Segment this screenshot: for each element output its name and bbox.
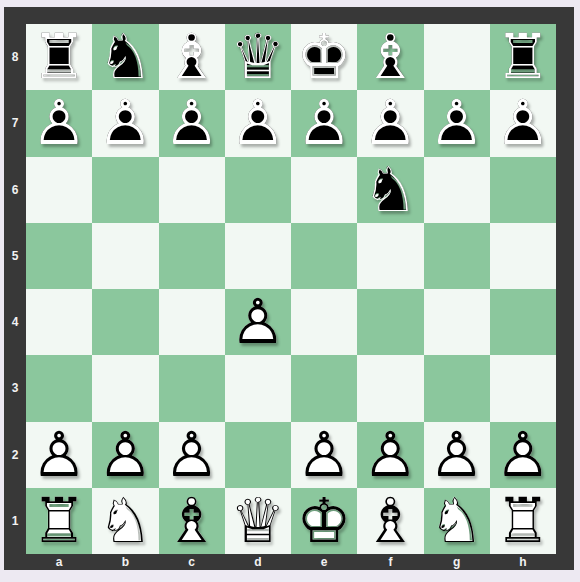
white-pawn-outline-icon: ♙ [26,422,92,488]
black-bishop[interactable]: ♝♗ [159,24,225,90]
square-f7[interactable]: ♟♙ [357,90,423,156]
white-pawn-icon: ♟ [26,422,92,488]
file-label: b [92,554,158,570]
white-pawn-icon: ♟ [225,289,291,355]
white-pawn[interactable]: ♟♙ [159,422,225,488]
black-pawn-icon: ♟ [26,90,92,156]
rank-label: 3 [4,355,26,421]
black-pawn[interactable]: ♟♙ [225,90,291,156]
square-b8[interactable]: ♞♘ [92,24,158,90]
square-c2[interactable]: ♟♙ [159,422,225,488]
white-pawn[interactable]: ♟♙ [225,289,291,355]
white-pawn[interactable]: ♟♙ [424,422,490,488]
square-e3[interactable] [291,355,357,421]
black-king-icon: ♚ [291,24,357,90]
square-e1[interactable]: ♚♔ [291,488,357,554]
square-a7[interactable]: ♟♙ [26,90,92,156]
square-g1[interactable]: ♞♘ [424,488,490,554]
board-frame: 87654321 abcdefgh ♜♖♞♘♝♗♛♕♚♔♝♗♜♖♟♙♟♙♟♙♟♙… [4,7,574,570]
white-rook[interactable]: ♜♖ [490,488,556,554]
square-f2[interactable]: ♟♙ [357,422,423,488]
black-bishop[interactable]: ♝♗ [357,24,423,90]
square-h1[interactable]: ♜♖ [490,488,556,554]
square-g8[interactable] [424,24,490,90]
square-d8[interactable]: ♛♕ [225,24,291,90]
black-knight[interactable]: ♞♘ [92,24,158,90]
square-a1[interactable]: ♜♖ [26,488,92,554]
white-bishop[interactable]: ♝♗ [159,488,225,554]
square-e7[interactable]: ♟♙ [291,90,357,156]
white-king-outline-icon: ♔ [291,488,357,554]
square-d2[interactable] [225,422,291,488]
square-g3[interactable] [424,355,490,421]
square-g6[interactable] [424,157,490,223]
black-rook-icon: ♜ [26,24,92,90]
black-rook-outline-icon: ♖ [26,24,92,90]
white-bishop-outline-icon: ♗ [357,488,423,554]
square-b7[interactable]: ♟♙ [92,90,158,156]
black-bishop-icon: ♝ [357,24,423,90]
square-c6[interactable] [159,157,225,223]
file-label: h [490,554,556,570]
square-e4[interactable] [291,289,357,355]
black-pawn[interactable]: ♟♙ [159,90,225,156]
white-rook-icon: ♜ [26,488,92,554]
file-label: d [225,554,291,570]
black-pawn-icon: ♟ [92,90,158,156]
rank-label: 5 [4,223,26,289]
square-c3[interactable] [159,355,225,421]
black-pawn-icon: ♟ [225,90,291,156]
white-rook-outline-icon: ♖ [490,488,556,554]
square-a3[interactable] [26,355,92,421]
white-pawn[interactable]: ♟♙ [291,422,357,488]
black-king-outline-icon: ♔ [291,24,357,90]
square-e2[interactable]: ♟♙ [291,422,357,488]
black-pawn-icon: ♟ [159,90,225,156]
white-pawn-outline-icon: ♙ [225,289,291,355]
square-b3[interactable] [92,355,158,421]
square-a2[interactable]: ♟♙ [26,422,92,488]
black-rook-icon: ♜ [490,24,556,90]
square-e5[interactable] [291,223,357,289]
black-bishop-outline-icon: ♗ [159,24,225,90]
rank-label: 7 [4,90,26,156]
white-pawn-outline-icon: ♙ [424,422,490,488]
page-background: { "game": "chess", "position": "rnbqkb1r… [0,0,580,582]
square-h3[interactable] [490,355,556,421]
white-queen-outline-icon: ♕ [225,488,291,554]
black-king[interactable]: ♚♔ [291,24,357,90]
black-pawn[interactable]: ♟♙ [26,90,92,156]
white-rook[interactable]: ♜♖ [26,488,92,554]
white-bishop-outline-icon: ♗ [159,488,225,554]
black-pawn-outline-icon: ♙ [490,90,556,156]
square-g5[interactable] [424,223,490,289]
file-label: f [357,554,423,570]
black-knight-outline-icon: ♘ [357,157,423,223]
white-pawn-outline-icon: ♙ [291,422,357,488]
square-c7[interactable]: ♟♙ [159,90,225,156]
white-pawn-icon: ♟ [424,422,490,488]
square-f8[interactable]: ♝♗ [357,24,423,90]
white-queen-icon: ♛ [225,488,291,554]
white-rook-outline-icon: ♖ [26,488,92,554]
black-knight-icon: ♞ [92,24,158,90]
rank-label: 4 [4,289,26,355]
white-pawn-outline-icon: ♙ [490,422,556,488]
square-h7[interactable]: ♟♙ [490,90,556,156]
white-pawn-outline-icon: ♙ [357,422,423,488]
square-g2[interactable]: ♟♙ [424,422,490,488]
black-queen[interactable]: ♛♕ [225,24,291,90]
square-b6[interactable] [92,157,158,223]
file-label: g [424,554,490,570]
black-pawn[interactable]: ♟♙ [424,90,490,156]
square-b1[interactable]: ♞♘ [92,488,158,554]
rank-label: 2 [4,422,26,488]
white-knight[interactable]: ♞♘ [424,488,490,554]
black-pawn-outline-icon: ♙ [26,90,92,156]
file-label: a [26,554,92,570]
square-c5[interactable] [159,223,225,289]
white-pawn-outline-icon: ♙ [92,422,158,488]
file-label: c [159,554,225,570]
black-pawn-outline-icon: ♙ [225,90,291,156]
rank-label: 1 [4,488,26,554]
black-queen-outline-icon: ♕ [225,24,291,90]
black-pawn-outline-icon: ♙ [92,90,158,156]
black-pawn-icon: ♟ [490,90,556,156]
square-e6[interactable] [291,157,357,223]
square-d4[interactable]: ♟♙ [225,289,291,355]
black-pawn-icon: ♟ [424,90,490,156]
white-pawn-icon: ♟ [92,422,158,488]
square-a5[interactable] [26,223,92,289]
black-queen-icon: ♛ [225,24,291,90]
file-labels: abcdefgh [26,554,556,570]
square-c8[interactable]: ♝♗ [159,24,225,90]
square-b4[interactable] [92,289,158,355]
white-knight-outline-icon: ♘ [424,488,490,554]
black-pawn-outline-icon: ♙ [159,90,225,156]
square-h6[interactable] [490,157,556,223]
square-a4[interactable] [26,289,92,355]
white-queen[interactable]: ♛♕ [225,488,291,554]
square-d1[interactable]: ♛♕ [225,488,291,554]
black-pawn[interactable]: ♟♙ [92,90,158,156]
white-pawn-icon: ♟ [159,422,225,488]
square-b2[interactable]: ♟♙ [92,422,158,488]
square-h4[interactable] [490,289,556,355]
rank-label: 8 [4,24,26,90]
black-pawn[interactable]: ♟♙ [490,90,556,156]
white-pawn[interactable]: ♟♙ [357,422,423,488]
square-h5[interactable] [490,223,556,289]
white-rook-icon: ♜ [490,488,556,554]
black-knight-outline-icon: ♘ [92,24,158,90]
square-g7[interactable]: ♟♙ [424,90,490,156]
white-king-icon: ♚ [291,488,357,554]
white-pawn-icon: ♟ [490,422,556,488]
square-h2[interactable]: ♟♙ [490,422,556,488]
white-bishop-icon: ♝ [357,488,423,554]
square-d7[interactable]: ♟♙ [225,90,291,156]
black-pawn[interactable]: ♟♙ [357,90,423,156]
black-pawn[interactable]: ♟♙ [291,90,357,156]
black-pawn-outline-icon: ♙ [291,90,357,156]
black-bishop-icon: ♝ [159,24,225,90]
black-bishop-outline-icon: ♗ [357,24,423,90]
square-e8[interactable]: ♚♔ [291,24,357,90]
white-knight-outline-icon: ♘ [92,488,158,554]
square-h8[interactable]: ♜♖ [490,24,556,90]
white-pawn[interactable]: ♟♙ [26,422,92,488]
white-pawn-icon: ♟ [357,422,423,488]
white-bishop[interactable]: ♝♗ [357,488,423,554]
square-d3[interactable] [225,355,291,421]
square-f6[interactable]: ♞♘ [357,157,423,223]
square-d6[interactable] [225,157,291,223]
square-c1[interactable]: ♝♗ [159,488,225,554]
black-pawn-outline-icon: ♙ [357,90,423,156]
rank-label: 6 [4,157,26,223]
white-bishop-icon: ♝ [159,488,225,554]
white-pawn-outline-icon: ♙ [159,422,225,488]
chess-board[interactable]: ♜♖♞♘♝♗♛♕♚♔♝♗♜♖♟♙♟♙♟♙♟♙♟♙♟♙♟♙♟♙♞♘♟♙♟♙♟♙♟♙… [26,24,556,554]
file-label: e [291,554,357,570]
black-rook[interactable]: ♜♖ [26,24,92,90]
white-pawn[interactable]: ♟♙ [490,422,556,488]
square-g4[interactable] [424,289,490,355]
white-king[interactable]: ♚♔ [291,488,357,554]
black-knight[interactable]: ♞♘ [357,157,423,223]
square-b5[interactable] [92,223,158,289]
square-d5[interactable] [225,223,291,289]
black-pawn-icon: ♟ [357,90,423,156]
square-f5[interactable] [357,223,423,289]
square-a8[interactable]: ♜♖ [26,24,92,90]
rank-labels: 87654321 [4,24,26,554]
black-rook[interactable]: ♜♖ [490,24,556,90]
white-knight-icon: ♞ [424,488,490,554]
square-f1[interactable]: ♝♗ [357,488,423,554]
square-c4[interactable] [159,289,225,355]
black-pawn-icon: ♟ [291,90,357,156]
square-a6[interactable] [26,157,92,223]
black-pawn-outline-icon: ♙ [424,90,490,156]
square-f4[interactable] [357,289,423,355]
black-rook-outline-icon: ♖ [490,24,556,90]
white-knight-icon: ♞ [92,488,158,554]
white-pawn-icon: ♟ [291,422,357,488]
square-f3[interactable] [357,355,423,421]
white-knight[interactable]: ♞♘ [92,488,158,554]
black-knight-icon: ♞ [357,157,423,223]
white-pawn[interactable]: ♟♙ [92,422,158,488]
